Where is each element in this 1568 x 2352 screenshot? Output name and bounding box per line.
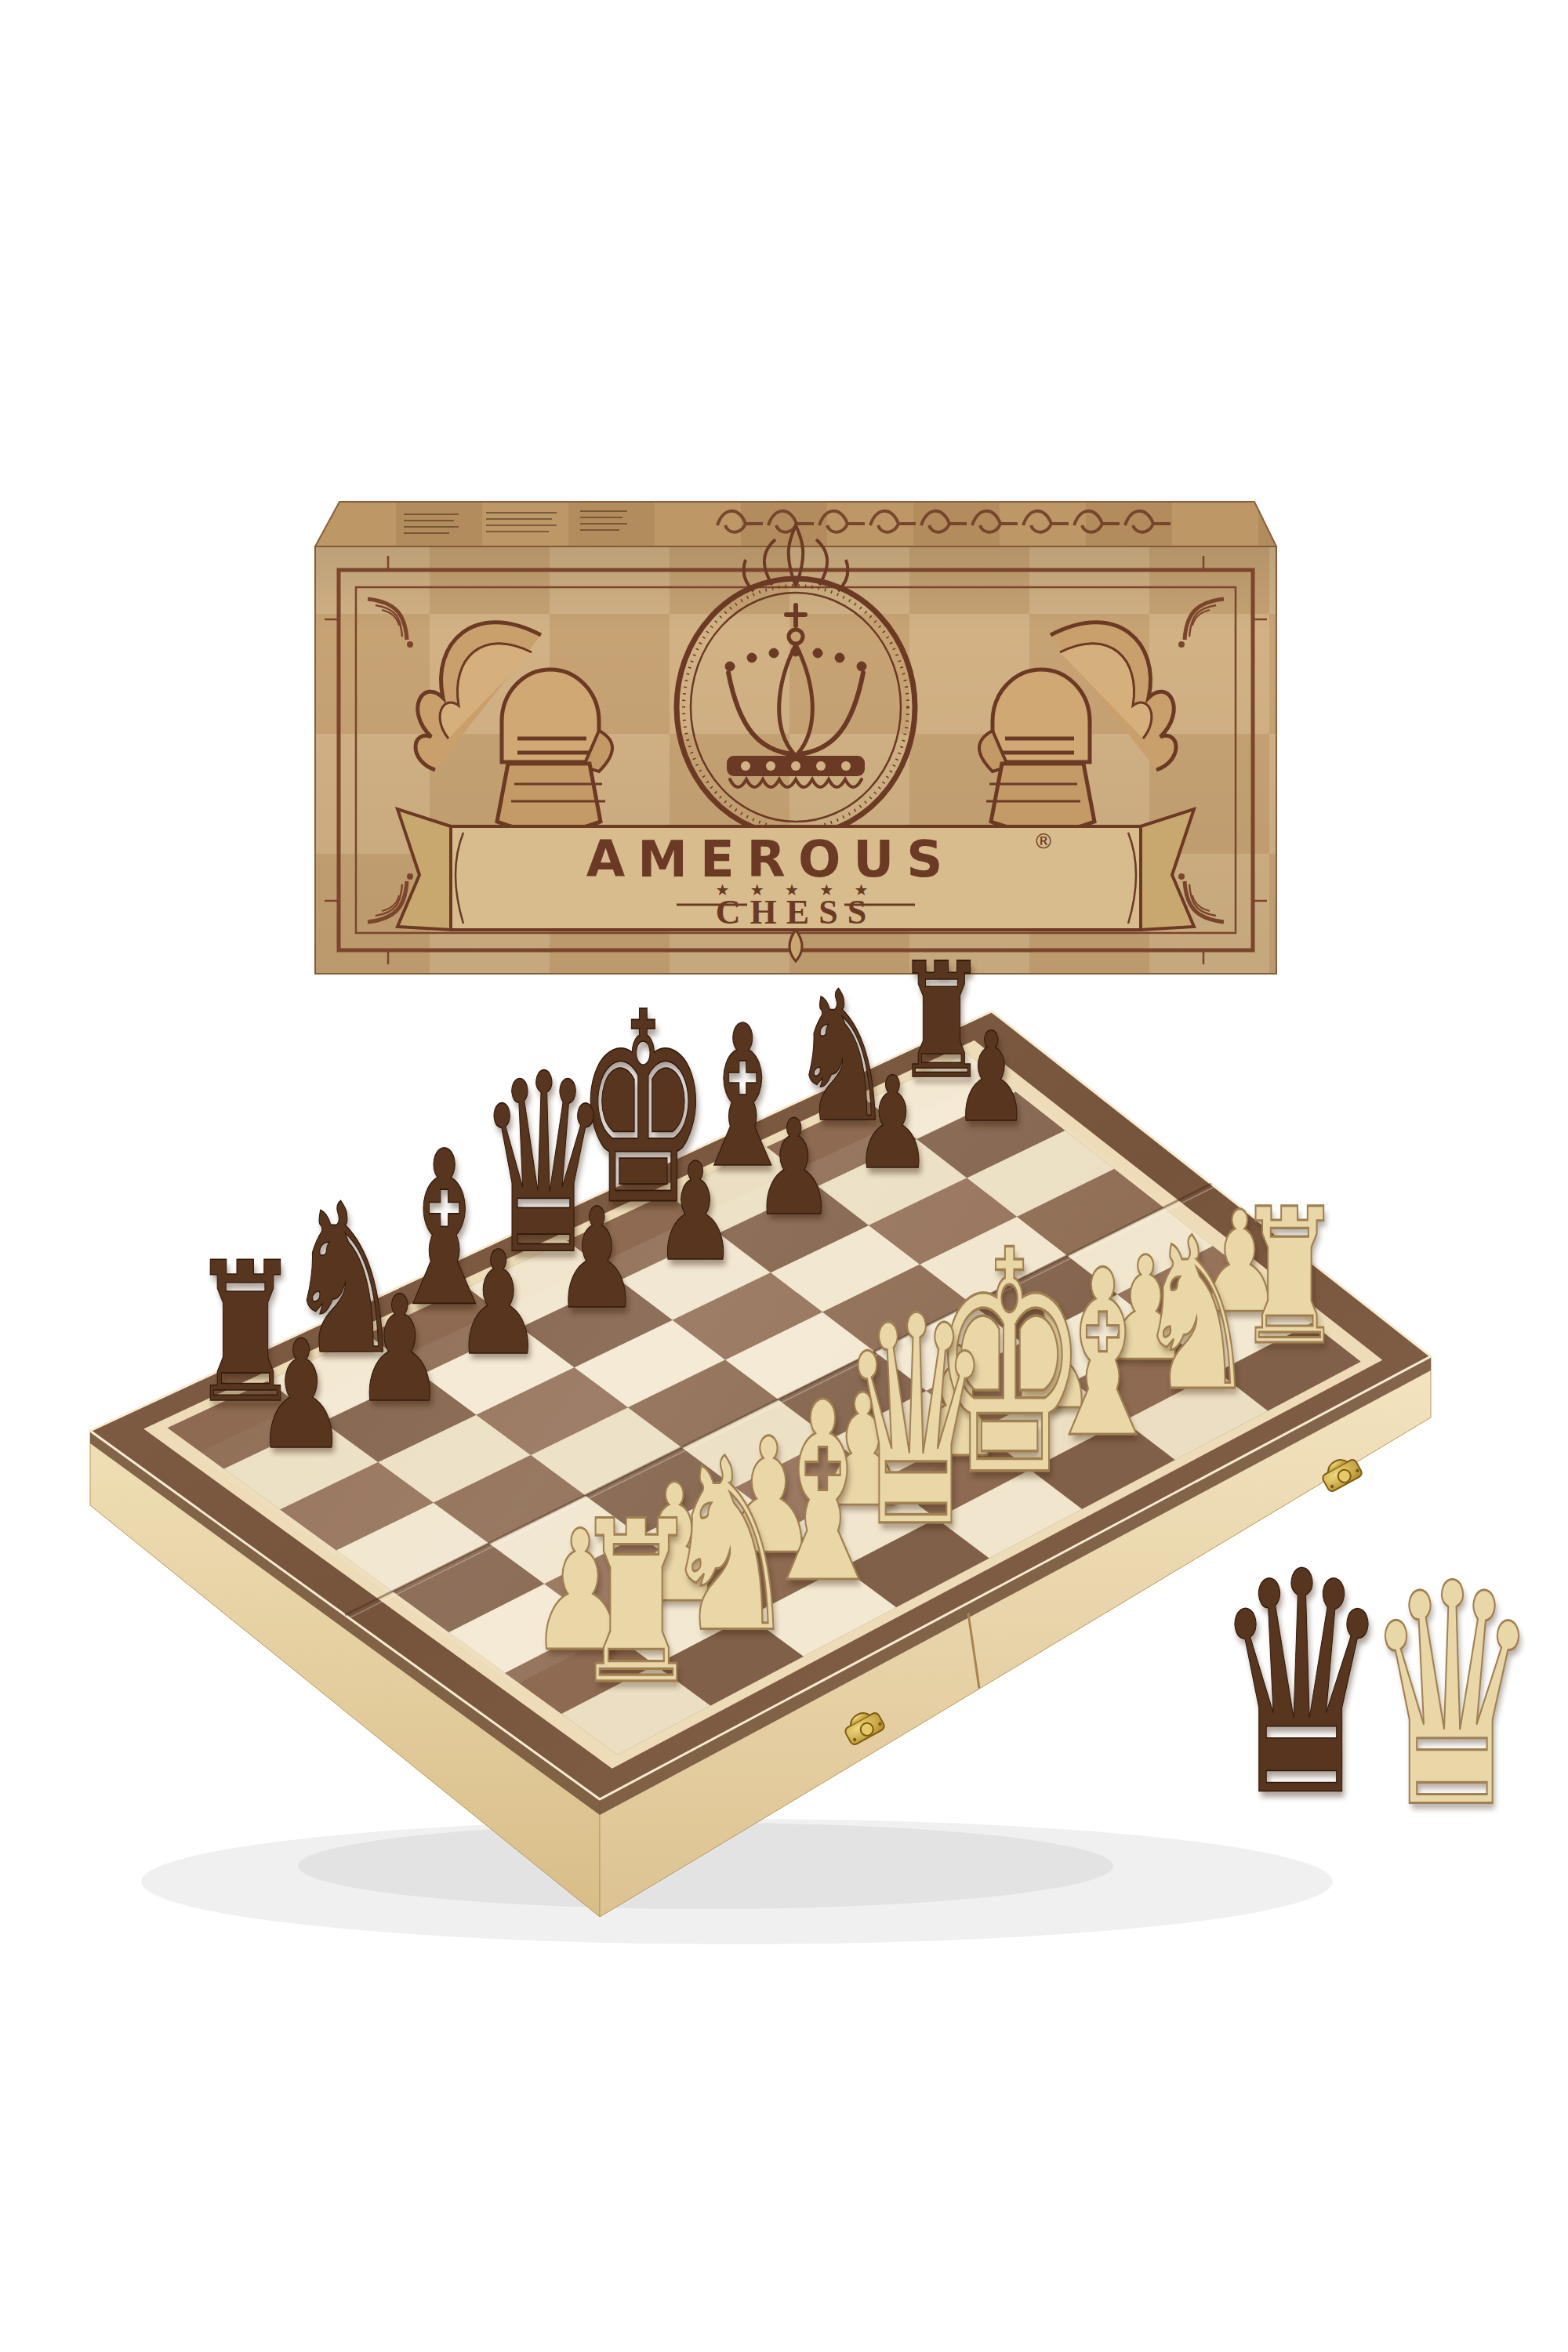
product-photo-stage: AMEROUS ® ★ ★ ★ ★ ★ CHESS ♜♞♝♛♚♝♞♜♟♟♟♟♟♟… xyxy=(0,0,1568,2352)
piece-white-rook[interactable]: ♜ xyxy=(572,1491,701,1715)
piece-black-pawn[interactable]: ♟ xyxy=(953,1015,1029,1139)
piece-black-pawn[interactable]: ♟ xyxy=(654,1146,738,1282)
piece-black-pawn[interactable]: ♟ xyxy=(454,1232,543,1376)
piece-black-pawn[interactable]: ♟ xyxy=(255,1320,347,1470)
piece-black-pawn[interactable]: ♟ xyxy=(853,1059,931,1186)
registered-mark: ® xyxy=(1033,829,1054,853)
spare-light-queen[interactable]: ♛ xyxy=(1363,1544,1541,1850)
piece-black-pawn[interactable]: ♟ xyxy=(354,1276,445,1423)
piece-black-pawn[interactable]: ♟ xyxy=(554,1190,640,1329)
brand-name: AMEROUS xyxy=(586,830,956,888)
piece-black-pawn[interactable]: ♟ xyxy=(753,1102,835,1234)
